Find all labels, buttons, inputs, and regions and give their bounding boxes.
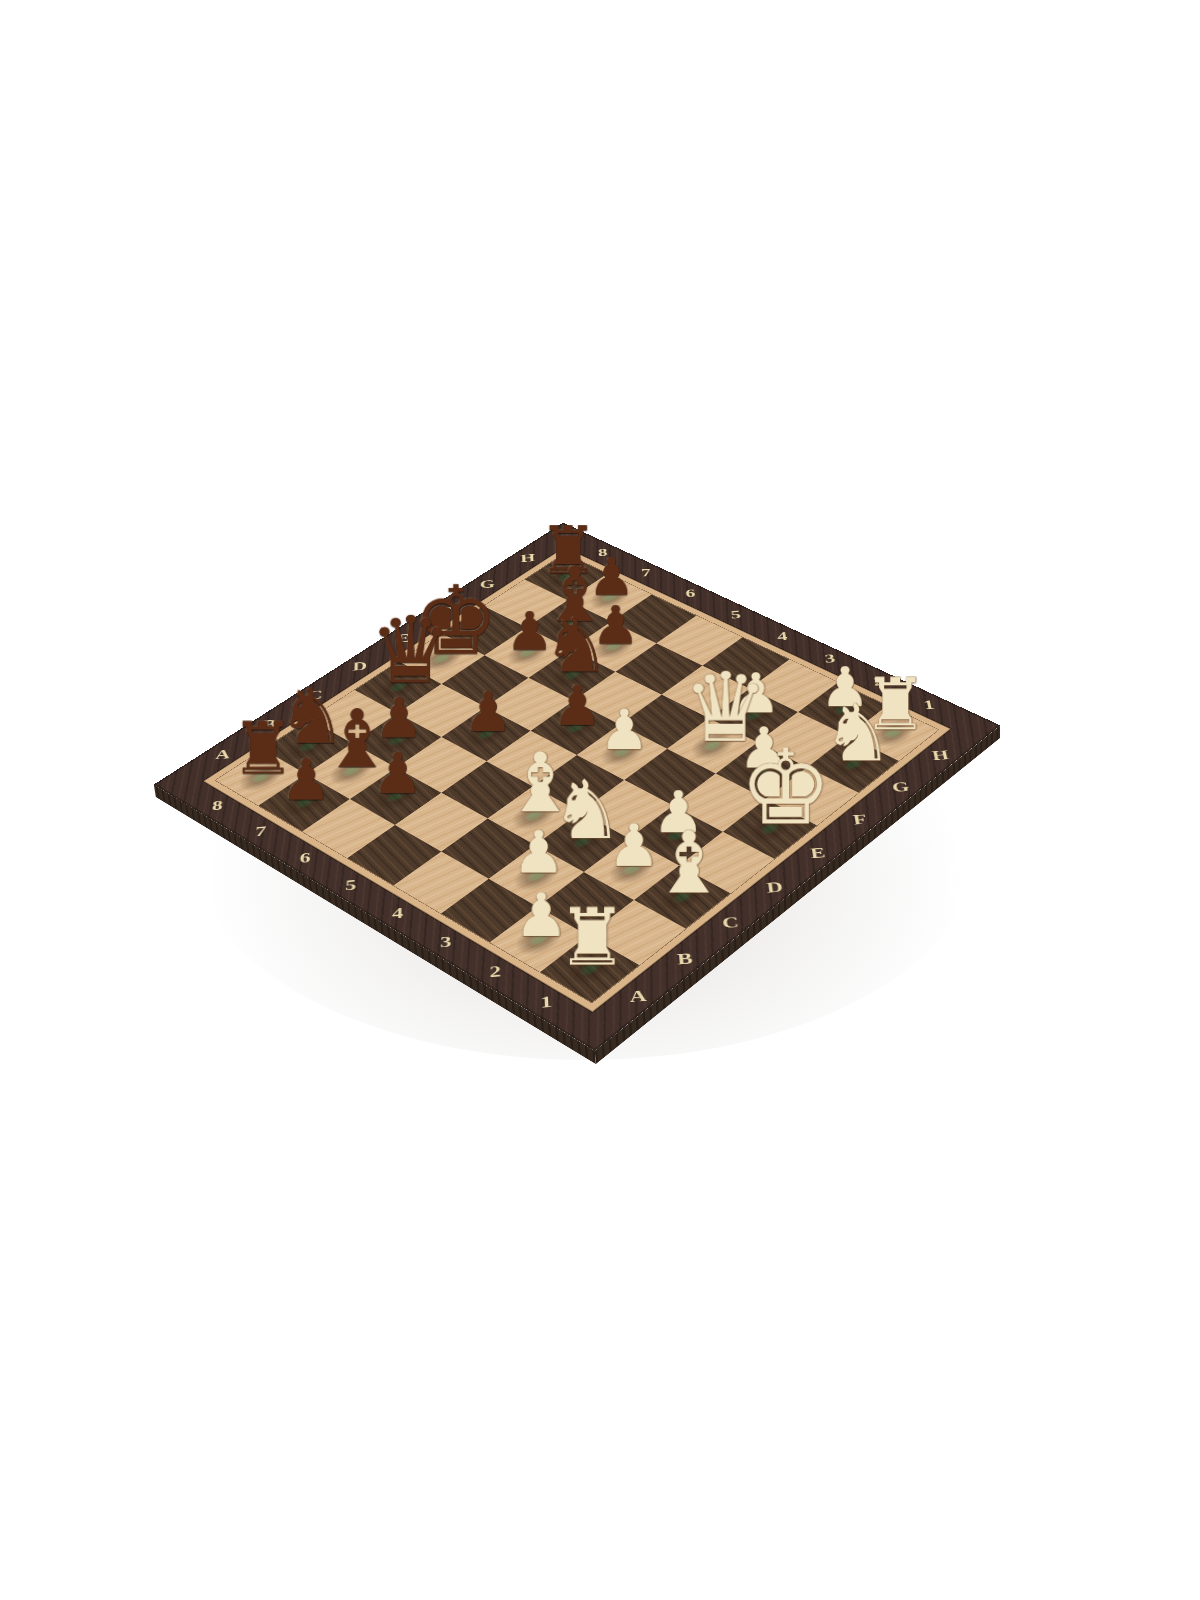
label-rank-1-left: 1 [540, 993, 552, 1013]
label-rank-7-left: 7 [254, 823, 266, 840]
piece-shadow [367, 668, 430, 706]
square-e8: ♚ [399, 633, 485, 683]
piece-shadow [737, 807, 804, 851]
piece-shadow [365, 720, 429, 760]
piece-shadow [861, 713, 925, 753]
white-knight-g1: ♞ [823, 702, 888, 765]
square-f8 [442, 606, 527, 655]
square-b7: ♝ [306, 743, 396, 799]
label-file-b-far: B [262, 717, 277, 733]
label-file-g-far: G [479, 577, 494, 591]
chessboard-scene: ♜♞♛♚♜♟♝♟♟♝♟♟♟♞♟♟♝♟♟♞♛♟♟♟♟♟♟♜♝♚♞♜ AABBCCD… [277, 455, 877, 1055]
black-rook-h8: ♜ [539, 525, 598, 578]
label-file-e-far: E [396, 631, 409, 646]
chessboard: ♜♞♛♚♜♟♝♟♟♝♟♟♟♞♟♟♝♟♟♞♛♟♟♟♟♟♟♜♝♚♞♜ AABBCCD… [154, 523, 1000, 1051]
label-file-h-far: H [520, 551, 535, 565]
black-pawn-f7: ♟ [499, 611, 560, 654]
piece-shadow [811, 689, 874, 728]
piece-shadow [497, 634, 559, 671]
piece-shadow [411, 640, 473, 677]
square-f4 [620, 695, 709, 749]
square-h2: ♟ [798, 682, 887, 736]
label-file-a-far: A [214, 747, 231, 763]
square-e7 [442, 655, 529, 707]
label-rank-7-right: 7 [640, 566, 651, 580]
black-king-e8: ♚ [413, 583, 474, 659]
label-rank-4-left: 4 [391, 905, 403, 923]
square-h7: ♟ [568, 574, 652, 622]
label-file-c-far: C [307, 687, 322, 702]
piece-shadow [722, 696, 785, 735]
label-rank-6-right: 6 [684, 587, 695, 601]
square-d8: ♛ [355, 661, 442, 713]
square-f7: ♟ [485, 628, 571, 678]
square-g8 [484, 580, 568, 628]
label-file-a-near: A [629, 986, 647, 1006]
square-e6 [486, 678, 574, 731]
black-pawn-e5: ♟ [546, 684, 609, 728]
label-file-f-near: F [851, 811, 867, 828]
label-rank-5-left: 5 [344, 877, 356, 895]
board-border-strip: ♜♞♛♚♜♟♝♟♟♝♟♟♟♞♟♟♝♟♟♞♛♟♟♟♟♟♟♜♝♚♞♜ [203, 547, 951, 1012]
white-pawn-g3: ♟ [724, 672, 787, 716]
label-rank-5-right: 5 [730, 608, 742, 622]
square-f5 [574, 672, 662, 725]
label-rank-4-right: 4 [776, 630, 788, 645]
black-knight-f6: ♞ [543, 616, 605, 676]
square-g7: ♝ [527, 600, 612, 649]
square-g3: ♟ [709, 689, 798, 743]
white-pawn-h2: ♟ [813, 666, 876, 710]
label-file-d-far: D [352, 659, 367, 674]
piece-shadow [537, 560, 596, 594]
piece-shadow [583, 628, 644, 665]
label-rank-8-right: 8 [597, 546, 608, 559]
piece-shadow [648, 874, 717, 920]
square-h4 [703, 637, 790, 688]
square-h6 [612, 594, 697, 643]
piece-shadow [541, 656, 603, 694]
piece-shadow [580, 580, 640, 615]
square-d7 [398, 684, 486, 737]
square-g5 [616, 643, 703, 694]
piece-shadow [543, 708, 607, 748]
black-bishop-g7: ♝ [541, 565, 601, 625]
black-pawn-d6: ♟ [456, 691, 519, 735]
black-pawn-g6: ♟ [585, 605, 646, 648]
square-h5 [657, 616, 743, 666]
piece-shadow [554, 944, 625, 993]
label-rank-3-left: 3 [440, 933, 451, 952]
black-pawn-h7: ♟ [582, 557, 641, 599]
label-rank-8-left: 8 [211, 798, 223, 815]
piece-shadow [501, 794, 567, 837]
square-f1 [766, 767, 859, 825]
piece-shadow [539, 607, 600, 643]
label-file-f-far: F [440, 604, 452, 618]
square-h8: ♜ [525, 554, 608, 601]
black-pawn-b6: ♟ [365, 752, 430, 797]
piece-shadow [454, 714, 518, 754]
white-queen-f3: ♛ [682, 670, 746, 747]
square-c8 [310, 690, 398, 743]
black-queen-d8: ♛ [369, 614, 431, 688]
white-pawn-e4: ♟ [592, 708, 656, 753]
label-file-d-near: D [765, 878, 784, 896]
black-knight-b8: ♞ [278, 686, 341, 748]
label-file-e-near: E [809, 844, 826, 862]
chessboard-tilt-wrapper: ♜♞♛♚♜♟♝♟♟♝♟♟♟♞♟♟♝♟♟♞♛♟♟♟♟♟♟♜♝♚♞♜ AABBCCD… [257, 435, 897, 1075]
label-rank-3-right: 3 [823, 652, 836, 667]
label-file-g-near: G [890, 779, 910, 796]
label-file-c-near: C [721, 913, 740, 932]
black-pawn-c7: ♟ [367, 697, 430, 741]
label-rank-6-left: 6 [299, 850, 311, 867]
label-rank-1-right: 1 [922, 697, 936, 713]
label-rank-2-right: 2 [872, 674, 885, 689]
square-f6: ♞ [529, 649, 616, 701]
square-c7: ♟ [352, 713, 441, 767]
label-file-h-near: H [930, 747, 950, 764]
square-g4 [662, 666, 750, 719]
square-d6: ♟ [442, 707, 531, 761]
square-e5: ♟ [531, 701, 620, 755]
square-g6: ♟ [571, 622, 657, 672]
label-rank-2-left: 2 [489, 963, 501, 982]
label-file-b-near: B [676, 949, 693, 968]
piece-shadow [276, 726, 341, 766]
square-h1: ♜ [848, 706, 938, 761]
board-grid: ♜♞♛♚♜♟♝♟♟♝♟♟♟♞♟♟♝♟♟♞♛♟♟♟♟♟♟♜♝♚♞♜ [216, 554, 938, 1003]
black-bishop-b7: ♝ [321, 708, 385, 772]
square-h3 [750, 660, 838, 712]
square-b8: ♞ [263, 719, 352, 774]
